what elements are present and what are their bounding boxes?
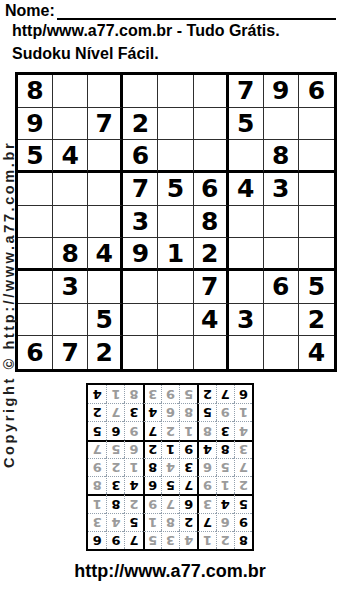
cell-r8c4 [123, 304, 158, 337]
cell-r2c2 [53, 108, 88, 141]
cell-r3c1: 5 [18, 140, 53, 173]
cell-r4c8: 3 [264, 173, 299, 206]
cell-r7c3 [88, 271, 123, 304]
cell-r1c4 [123, 75, 158, 108]
cell-r7c9: 5 [299, 271, 334, 304]
solution-cell-r1c6: 5 [143, 531, 161, 549]
cell-r8c1 [18, 304, 53, 337]
solution-cell-r8c4: 8 [179, 403, 197, 421]
cell-r5c7 [229, 206, 264, 239]
solution-cell-r8c9: 2 [88, 403, 106, 421]
name-underline [57, 5, 336, 20]
cell-r2c3: 7 [88, 108, 123, 141]
cell-r3c5 [158, 140, 193, 173]
cell-r6c9 [299, 238, 334, 271]
cell-r6c4: 9 [123, 238, 158, 271]
solution-cell-r6c1: 3 [234, 440, 252, 458]
solution-cell-r4c8: 3 [106, 476, 124, 494]
solution-cell-r5c9: 9 [88, 458, 106, 476]
cell-r9c4 [123, 336, 158, 369]
solution-cell-r6c9: 7 [88, 440, 106, 458]
solution-cell-r2c1: 9 [234, 513, 252, 531]
solution-cell-r9c1: 6 [234, 385, 252, 403]
solution-cell-r8c1: 1 [234, 403, 252, 421]
solution-cell-r6c4: 9 [179, 440, 197, 458]
solution-cell-r3c2: 4 [216, 494, 234, 512]
cell-r9c2: 7 [53, 336, 88, 369]
solution-cell-r7c9: 5 [88, 421, 106, 439]
solution-cell-r5c7: 1 [124, 458, 142, 476]
cell-r5c1 [18, 206, 53, 239]
cell-r4c9 [299, 173, 334, 206]
site-tagline: http/www.a77.com.br - Tudo Grátis. [12, 22, 280, 40]
cell-r4c4: 7 [123, 173, 158, 206]
cell-r7c5 [158, 271, 193, 304]
solution-cell-r7c8: 6 [106, 421, 124, 439]
cell-r9c8 [264, 336, 299, 369]
cell-r1c5 [158, 75, 193, 108]
solution-cell-r4c7: 4 [124, 476, 142, 494]
cell-r1c9: 6 [299, 75, 334, 108]
solution-cell-r6c6: 2 [143, 440, 161, 458]
cell-r4c1 [18, 173, 53, 206]
cell-r5c3 [88, 206, 123, 239]
name-label: Nome: [5, 2, 55, 20]
solution-cell-r9c9: 4 [88, 385, 106, 403]
solution-cell-r3c5: 7 [161, 494, 179, 512]
solution-cell-r6c8: 5 [106, 440, 124, 458]
solution-cell-r3c1: 5 [234, 494, 252, 512]
cell-r3c6 [194, 140, 229, 173]
cell-r6c6: 2 [194, 238, 229, 271]
cell-r3c3 [88, 140, 123, 173]
solution-cell-r5c4: 3 [179, 458, 197, 476]
solution-cell-r6c3: 4 [197, 440, 215, 458]
cell-r5c5 [158, 206, 193, 239]
solution-cell-r9c5: 9 [161, 385, 179, 403]
solution-cell-r2c5: 8 [161, 513, 179, 531]
cell-r5c6: 8 [194, 206, 229, 239]
sudoku-board: 879697255468756433884912376554326724 [15, 72, 337, 372]
cell-r6c7 [229, 238, 264, 271]
solution-cell-r4c6: 6 [143, 476, 161, 494]
solution-cell-r4c4: 7 [179, 476, 197, 494]
cell-r9c6 [194, 336, 229, 369]
solution-cell-r4c3: 9 [197, 476, 215, 494]
solution-cell-r3c8: 8 [106, 494, 124, 512]
solution-cell-r2c9: 3 [88, 513, 106, 531]
cell-r7c2: 3 [53, 271, 88, 304]
cell-r8c3: 5 [88, 304, 123, 337]
solution-cell-r7c7: 9 [124, 421, 142, 439]
cell-r9c1: 6 [18, 336, 53, 369]
cell-r5c2 [53, 206, 88, 239]
cell-r2c4: 2 [123, 108, 158, 141]
cell-r2c5 [158, 108, 193, 141]
cell-r4c3 [88, 173, 123, 206]
cell-r2c9 [299, 108, 334, 141]
name-field-row: Nome: [5, 2, 336, 20]
solution-cell-r2c7: 5 [124, 513, 142, 531]
solution-cell-r2c6: 1 [143, 513, 161, 531]
solution-cell-r4c9: 8 [88, 476, 106, 494]
solution-cell-r2c8: 4 [106, 513, 124, 531]
solution-cell-r1c2: 2 [216, 531, 234, 549]
cell-r5c9 [299, 206, 334, 239]
cell-r9c3: 2 [88, 336, 123, 369]
cell-r3c9 [299, 140, 334, 173]
solution-cell-r1c7: 7 [124, 531, 142, 549]
cell-r3c2: 4 [53, 140, 88, 173]
cell-r2c1: 9 [18, 108, 53, 141]
solution-cell-r7c6: 7 [143, 421, 161, 439]
solution-cell-r2c3: 7 [197, 513, 215, 531]
cell-r4c6: 6 [194, 173, 229, 206]
cell-r8c9: 2 [299, 304, 334, 337]
solution-cell-r6c5: 1 [161, 440, 179, 458]
solution-cell-r5c8: 2 [106, 458, 124, 476]
solution-cell-r9c2: 7 [216, 385, 234, 403]
cell-r6c3: 4 [88, 238, 123, 271]
solution-cell-r8c6: 4 [143, 403, 161, 421]
cell-r5c8 [264, 206, 299, 239]
copyright-vertical-text: Copyright © http://www.a77.com.br [1, 141, 17, 468]
solution-cell-r8c7: 3 [124, 403, 142, 421]
solution-cell-r4c2: 1 [216, 476, 234, 494]
solution-cell-r3c6: 9 [143, 494, 161, 512]
solution-cell-r1c1: 8 [234, 531, 252, 549]
solution-cell-r9c3: 2 [197, 385, 215, 403]
cell-r8c2 [53, 304, 88, 337]
solution-cell-r4c5: 5 [161, 476, 179, 494]
cell-r1c2 [53, 75, 88, 108]
solution-cell-r5c6: 8 [143, 458, 161, 476]
solution-cell-r8c2: 9 [216, 403, 234, 421]
cell-r6c8 [264, 238, 299, 271]
cell-r3c7 [229, 140, 264, 173]
cell-r9c7 [229, 336, 264, 369]
cell-r2c7: 5 [229, 108, 264, 141]
solution-cell-r9c6: 3 [143, 385, 161, 403]
solution-cell-r1c3: 1 [197, 531, 215, 549]
solution-cell-r3c4: 6 [179, 494, 197, 512]
cell-r5c4: 3 [123, 206, 158, 239]
solution-cell-r1c5: 3 [161, 531, 179, 549]
cell-r8c6: 4 [194, 304, 229, 337]
solution-cell-r1c8: 9 [106, 531, 124, 549]
cell-r4c2 [53, 173, 88, 206]
solution-board-rotated: 8214357969672815435436792812197564387563… [86, 383, 254, 551]
solution-cell-r9c7: 8 [124, 385, 142, 403]
solution-cell-r6c7: 6 [124, 440, 142, 458]
cell-r1c1: 8 [18, 75, 53, 108]
cell-r3c8: 8 [264, 140, 299, 173]
cell-r7c8: 6 [264, 271, 299, 304]
solution-cell-r9c4: 5 [179, 385, 197, 403]
solution-cell-r1c9: 6 [88, 531, 106, 549]
cell-r7c4 [123, 271, 158, 304]
cell-r1c8: 9 [264, 75, 299, 108]
solution-cell-r7c5: 2 [161, 421, 179, 439]
cell-r8c8 [264, 304, 299, 337]
solution-cell-r5c5: 4 [161, 458, 179, 476]
cell-r3c4: 6 [123, 140, 158, 173]
solution-cell-r7c3: 8 [197, 421, 215, 439]
solution-cell-r5c1: 7 [234, 458, 252, 476]
cell-r4c5: 5 [158, 173, 193, 206]
footer-url: http://www.a77.com.br [0, 561, 340, 582]
cell-r1c3 [88, 75, 123, 108]
cell-r7c7 [229, 271, 264, 304]
solution-cell-r2c4: 2 [179, 513, 197, 531]
cell-r9c9: 4 [299, 336, 334, 369]
cell-r6c5: 1 [158, 238, 193, 271]
cell-r1c7: 7 [229, 75, 264, 108]
cell-r4c7: 4 [229, 173, 264, 206]
solution-cell-r8c5: 6 [161, 403, 179, 421]
solution-cell-r3c9: 1 [88, 494, 106, 512]
cell-r7c1 [18, 271, 53, 304]
solution-cell-r6c2: 8 [216, 440, 234, 458]
solution-cell-r7c1: 4 [234, 421, 252, 439]
cell-r7c6: 7 [194, 271, 229, 304]
cell-r1c6 [194, 75, 229, 108]
cell-r2c8 [264, 108, 299, 141]
solution-cell-r7c2: 3 [216, 421, 234, 439]
solution-cell-r8c8: 7 [106, 403, 124, 421]
solution-cell-r5c3: 6 [197, 458, 215, 476]
solution-cell-r8c3: 5 [197, 403, 215, 421]
cell-r8c5 [158, 304, 193, 337]
solution-cell-r5c2: 5 [216, 458, 234, 476]
cell-r2c6 [194, 108, 229, 141]
solution-cell-r2c2: 6 [216, 513, 234, 531]
solution-cell-r3c3: 3 [197, 494, 215, 512]
cell-r6c2: 8 [53, 238, 88, 271]
solution-cell-r9c8: 1 [106, 385, 124, 403]
puzzle-level-title: Sudoku Nível Fácil. [12, 45, 159, 63]
solution-cell-r7c4: 1 [179, 421, 197, 439]
cell-r8c7: 3 [229, 304, 264, 337]
solution-cell-r3c7: 2 [124, 494, 142, 512]
cell-r9c5 [158, 336, 193, 369]
solution-cell-r1c4: 4 [179, 531, 197, 549]
cell-r6c1 [18, 238, 53, 271]
solution-cell-r4c1: 2 [234, 476, 252, 494]
